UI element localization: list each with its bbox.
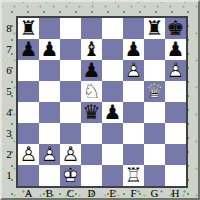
square-a8[interactable]: ♜ — [18, 18, 39, 39]
square-d3[interactable] — [81, 123, 102, 144]
black-pawn-glyph: ♟ — [81, 60, 102, 81]
file-label-h: H — [165, 187, 186, 200]
black-pawn-piece[interactable]: ♟ — [18, 39, 39, 60]
square-a3[interactable] — [18, 123, 39, 144]
square-h7[interactable]: ♟ — [165, 39, 186, 60]
square-h5[interactable] — [165, 81, 186, 102]
square-b7[interactable]: ♟ — [39, 39, 60, 60]
square-c1[interactable]: ♚♔ — [60, 165, 81, 186]
rank-labels: 87654321 — [2, 18, 16, 186]
square-f3[interactable] — [123, 123, 144, 144]
black-rook-piece[interactable]: ♜ — [18, 18, 39, 39]
square-a1[interactable] — [18, 165, 39, 186]
rank-label-5: 5 — [2, 81, 16, 102]
square-d7[interactable]: ♝ — [81, 39, 102, 60]
black-pawn-piece[interactable]: ♟ — [102, 102, 123, 123]
rank-label-3: 3 — [2, 123, 16, 144]
white-queen-piece[interactable]: ♛♕ — [144, 81, 165, 102]
square-d4[interactable]: ♛ — [81, 102, 102, 123]
square-d5[interactable]: ♞♘ — [81, 81, 102, 102]
square-d2[interactable] — [81, 144, 102, 165]
file-label-f: F — [123, 187, 144, 200]
white-queen-outline: ♕ — [144, 81, 165, 102]
file-label-d: D — [81, 187, 102, 200]
file-label-c: C — [60, 187, 81, 200]
square-c8[interactable] — [60, 18, 81, 39]
square-f2[interactable] — [123, 144, 144, 165]
square-f4[interactable] — [123, 102, 144, 123]
square-c7[interactable] — [60, 39, 81, 60]
file-label-b: B — [39, 187, 60, 200]
square-f7[interactable]: ♟ — [123, 39, 144, 60]
white-pawn-piece[interactable]: ♟♙ — [60, 144, 81, 165]
square-e1[interactable] — [102, 165, 123, 186]
square-f8[interactable] — [123, 18, 144, 39]
white-pawn-piece[interactable]: ♟♙ — [18, 144, 39, 165]
rank-label-6: 6 — [2, 60, 16, 81]
square-b8[interactable] — [39, 18, 60, 39]
white-knight-piece[interactable]: ♞♘ — [81, 81, 102, 102]
rank-label-4: 4 — [2, 102, 16, 123]
square-h6[interactable]: ♟♙ — [165, 60, 186, 81]
square-c3[interactable] — [60, 123, 81, 144]
black-bishop-glyph: ♝ — [81, 39, 102, 60]
white-king-piece[interactable]: ♚♔ — [60, 165, 81, 186]
square-b3[interactable] — [39, 123, 60, 144]
white-knight-outline: ♘ — [81, 81, 102, 102]
white-pawn-piece[interactable]: ♟♙ — [39, 144, 60, 165]
black-king-piece[interactable]: ♚ — [165, 18, 186, 39]
rank-label-7: 7 — [2, 39, 16, 60]
white-pawn-outline: ♙ — [123, 60, 144, 81]
white-pawn-outline: ♙ — [60, 144, 81, 165]
square-e3[interactable] — [102, 123, 123, 144]
file-label-e: E — [102, 187, 123, 200]
square-f6[interactable]: ♟♙ — [123, 60, 144, 81]
square-g1[interactable] — [144, 165, 165, 186]
square-e7[interactable] — [102, 39, 123, 60]
square-h8[interactable]: ♚ — [165, 18, 186, 39]
square-h1[interactable] — [165, 165, 186, 186]
black-rook-glyph: ♜ — [144, 18, 165, 39]
black-pawn-glyph: ♟ — [123, 39, 144, 60]
square-g2[interactable] — [144, 144, 165, 165]
square-h4[interactable] — [165, 102, 186, 123]
square-g4[interactable] — [144, 102, 165, 123]
rank-label-8: 8 — [2, 18, 16, 39]
square-c2[interactable]: ♟♙ — [60, 144, 81, 165]
black-pawn-piece[interactable]: ♟ — [165, 39, 186, 60]
square-d6[interactable]: ♟ — [81, 60, 102, 81]
white-pawn-piece[interactable]: ♟♙ — [165, 60, 186, 81]
black-pawn-glyph: ♟ — [18, 39, 39, 60]
square-e5[interactable] — [102, 81, 123, 102]
square-c5[interactable] — [60, 81, 81, 102]
square-g6[interactable] — [144, 60, 165, 81]
file-labels: ABCDEFGH — [18, 187, 186, 200]
square-h2[interactable] — [165, 144, 186, 165]
black-pawn-piece[interactable]: ♟ — [81, 60, 102, 81]
black-rook-glyph: ♜ — [18, 18, 39, 39]
square-e2[interactable] — [102, 144, 123, 165]
square-b1[interactable] — [39, 165, 60, 186]
square-d1[interactable] — [81, 165, 102, 186]
white-pawn-outline: ♙ — [39, 144, 60, 165]
square-g3[interactable] — [144, 123, 165, 144]
square-b5[interactable] — [39, 81, 60, 102]
square-g5[interactable]: ♛♕ — [144, 81, 165, 102]
square-g7[interactable] — [144, 39, 165, 60]
black-pawn-glyph: ♟ — [102, 102, 123, 123]
white-pawn-piece[interactable]: ♟♙ — [123, 60, 144, 81]
square-b2[interactable]: ♟♙ — [39, 144, 60, 165]
square-f5[interactable] — [123, 81, 144, 102]
square-a2[interactable]: ♟♙ — [18, 144, 39, 165]
square-c6[interactable] — [60, 60, 81, 81]
black-king-glyph: ♚ — [165, 18, 186, 39]
white-pawn-outline: ♙ — [18, 144, 39, 165]
square-a6[interactable] — [18, 60, 39, 81]
white-rook-outline: ♖ — [123, 165, 144, 186]
black-pawn-glyph: ♟ — [39, 39, 60, 60]
square-e8[interactable] — [102, 18, 123, 39]
black-pawn-glyph: ♟ — [165, 39, 186, 60]
square-f1[interactable]: ♜♖ — [123, 165, 144, 186]
square-a5[interactable] — [18, 81, 39, 102]
white-rook-piece[interactable]: ♜♖ — [123, 165, 144, 186]
rank-label-2: 2 — [2, 144, 16, 165]
square-e4[interactable]: ♟ — [102, 102, 123, 123]
black-rook-piece[interactable]: ♜ — [144, 18, 165, 39]
file-label-g: G — [144, 187, 165, 200]
square-h3[interactable] — [165, 123, 186, 144]
white-king-outline: ♔ — [60, 165, 81, 186]
black-queen-piece[interactable]: ♛ — [81, 102, 102, 123]
rank-label-1: 1 — [2, 165, 16, 186]
black-queen-glyph: ♛ — [81, 102, 102, 123]
file-label-a: A — [18, 187, 39, 200]
square-b6[interactable] — [39, 60, 60, 81]
chess-board-window: 87654321 ABCDEFGH ♜♜♚♟♟♝♟♟♟♟♙♟♙♞♘♛♕♛♟♟♙♟… — [0, 0, 200, 200]
black-pawn-piece[interactable]: ♟ — [39, 39, 60, 60]
square-c4[interactable] — [60, 102, 81, 123]
square-d8[interactable] — [81, 18, 102, 39]
square-a4[interactable] — [18, 102, 39, 123]
white-pawn-outline: ♙ — [165, 60, 186, 81]
square-a7[interactable]: ♟ — [18, 39, 39, 60]
black-pawn-piece[interactable]: ♟ — [123, 39, 144, 60]
black-bishop-piece[interactable]: ♝ — [81, 39, 102, 60]
chess-board[interactable]: ♜♜♚♟♟♝♟♟♟♟♙♟♙♞♘♛♕♛♟♟♙♟♙♟♙♚♔♜♖ — [16, 16, 188, 188]
square-b4[interactable] — [39, 102, 60, 123]
square-g8[interactable]: ♜ — [144, 18, 165, 39]
square-e6[interactable] — [102, 60, 123, 81]
